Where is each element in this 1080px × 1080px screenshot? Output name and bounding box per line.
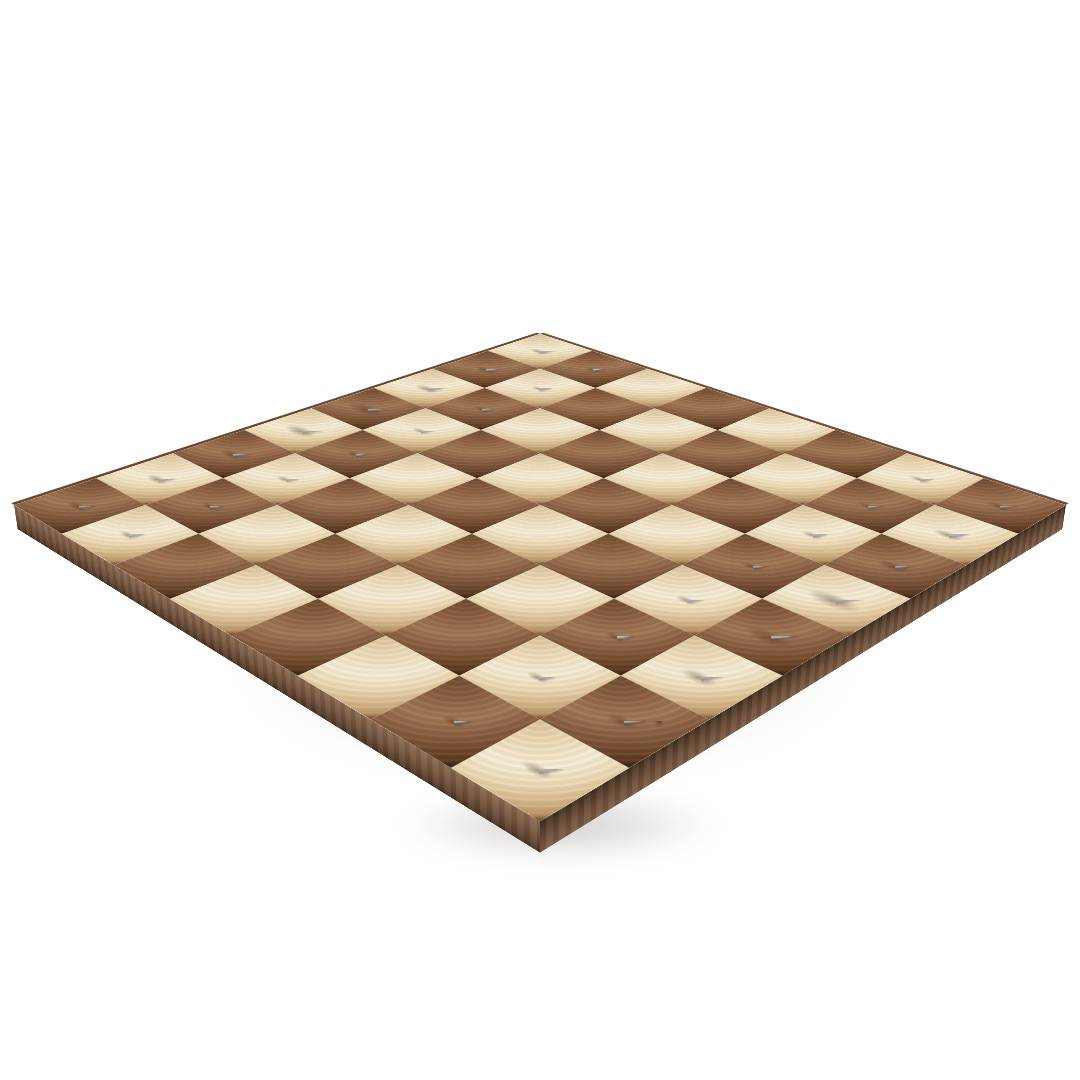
board: ♜♟♟♜♞♟♟♞♝♟♟♝♚✚♟♟♚✚♛●♟♟♛●♝♟♟♝♞♟♟♞♜♟♟♜	[14, 334, 1066, 822]
queen-metal-finial: ●	[738, 473, 803, 505]
queen-metal-finial: ●	[277, 305, 327, 330]
scene-3d: ♜♟♟♜♞♟♟♞♝♟♟♝♚✚♟♟♚✚♛●♟♟♛●♝♟♟♝♞♟♟♞♜♟♟♜	[0, 0, 1080, 1080]
product-photo-stage: ♜♟♟♜♞♟♟♞♝♟♟♝♚✚♟♟♚✚♛●♟♟♛●♝♟♟♝♞♟♟♞♜♟♟♜	[0, 0, 1080, 1080]
